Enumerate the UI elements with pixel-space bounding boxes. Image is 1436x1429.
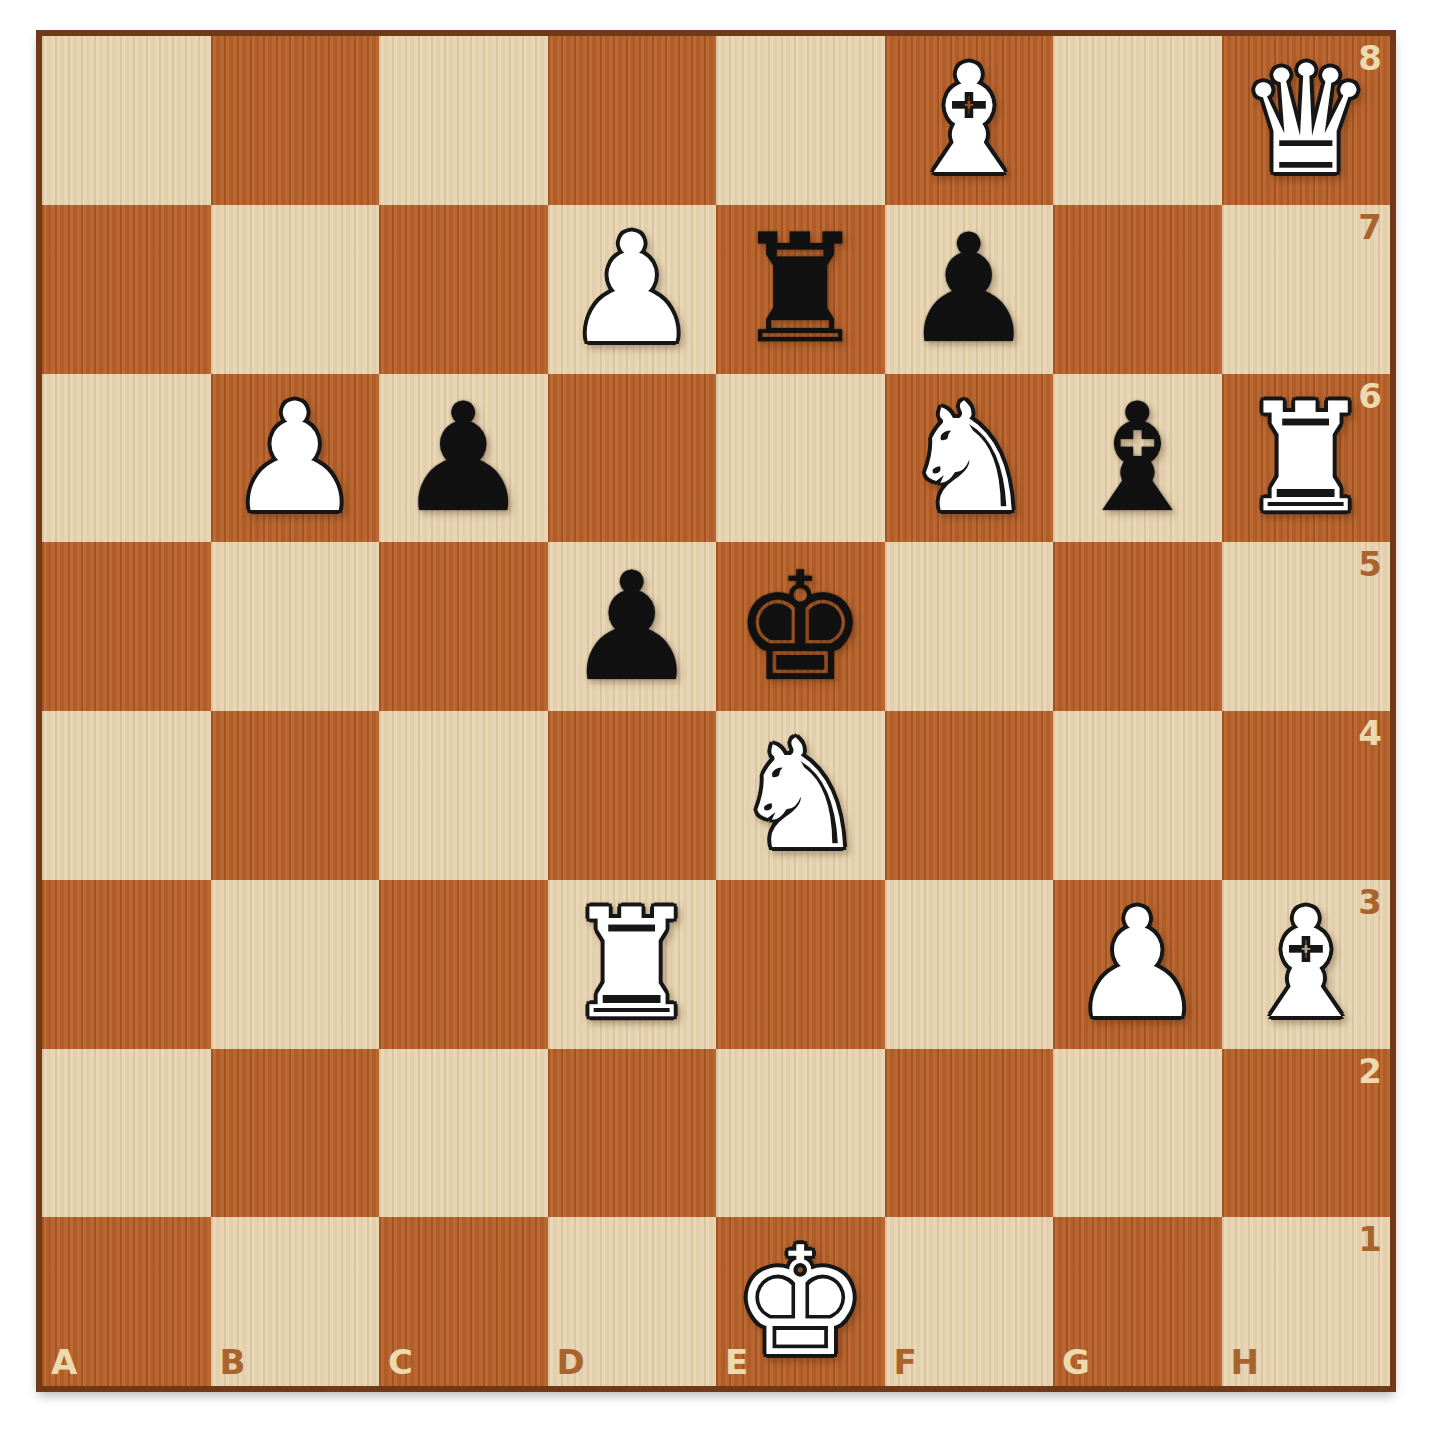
rank-label-2: 2 (1358, 1051, 1382, 1091)
square-g1[interactable]: G (1053, 1217, 1222, 1386)
piece-black-rook[interactable]: ♜ (733, 214, 867, 364)
square-a5[interactable] (42, 542, 211, 711)
piece-white-bishop[interactable]: ♝ (1239, 889, 1373, 1039)
square-a3[interactable] (42, 880, 211, 1049)
piece-white-knight[interactable]: ♞ (733, 720, 867, 870)
piece-white-rook[interactable]: ♜ (1239, 383, 1373, 533)
square-g7[interactable] (1053, 205, 1222, 374)
piece-black-pawn[interactable]: ♟ (396, 383, 530, 533)
square-a6[interactable] (42, 374, 211, 543)
square-b1[interactable]: B (211, 1217, 380, 1386)
square-c1[interactable]: C (379, 1217, 548, 1386)
square-g6[interactable]: ♝ (1053, 374, 1222, 543)
piece-white-queen[interactable]: ♛ (1239, 45, 1373, 195)
square-g5[interactable] (1053, 542, 1222, 711)
rank-label-7: 7 (1358, 207, 1382, 247)
square-d8[interactable] (548, 36, 717, 205)
file-label-f: F (894, 1342, 917, 1382)
square-h4[interactable]: 4 (1222, 711, 1391, 880)
square-f6[interactable]: ♞ (885, 374, 1054, 543)
square-f5[interactable] (885, 542, 1054, 711)
piece-white-pawn[interactable]: ♟ (565, 214, 699, 364)
square-c7[interactable] (379, 205, 548, 374)
file-label-b: B (220, 1342, 246, 1382)
square-h3[interactable]: ♝3 (1222, 880, 1391, 1049)
piece-black-king[interactable]: ♚ (733, 552, 867, 702)
square-e1[interactable]: ♚E (716, 1217, 885, 1386)
square-e3[interactable] (716, 880, 885, 1049)
square-d4[interactable] (548, 711, 717, 880)
rank-label-1: 1 (1358, 1219, 1382, 1259)
square-f2[interactable] (885, 1049, 1054, 1218)
square-b3[interactable] (211, 880, 380, 1049)
square-c6[interactable]: ♟ (379, 374, 548, 543)
square-c8[interactable] (379, 36, 548, 205)
square-c3[interactable] (379, 880, 548, 1049)
square-f4[interactable] (885, 711, 1054, 880)
square-a4[interactable] (42, 711, 211, 880)
piece-white-pawn[interactable]: ♟ (228, 383, 362, 533)
square-d7[interactable]: ♟ (548, 205, 717, 374)
piece-black-pawn[interactable]: ♟ (565, 552, 699, 702)
square-e6[interactable] (716, 374, 885, 543)
square-g8[interactable] (1053, 36, 1222, 205)
file-label-a: A (51, 1342, 77, 1382)
piece-black-pawn[interactable]: ♟ (902, 214, 1036, 364)
square-f3[interactable] (885, 880, 1054, 1049)
file-label-d: D (557, 1342, 585, 1382)
square-c5[interactable] (379, 542, 548, 711)
square-b5[interactable] (211, 542, 380, 711)
piece-white-rook[interactable]: ♜ (565, 889, 699, 1039)
square-h1[interactable]: H1 (1222, 1217, 1391, 1386)
square-e5[interactable]: ♚ (716, 542, 885, 711)
square-a8[interactable] (42, 36, 211, 205)
square-e4[interactable]: ♞ (716, 711, 885, 880)
square-h2[interactable]: 2 (1222, 1049, 1391, 1218)
piece-white-knight[interactable]: ♞ (902, 383, 1036, 533)
square-g2[interactable] (1053, 1049, 1222, 1218)
square-e2[interactable] (716, 1049, 885, 1218)
square-d5[interactable]: ♟ (548, 542, 717, 711)
file-label-g: G (1062, 1342, 1090, 1382)
square-h8[interactable]: ♛8 (1222, 36, 1391, 205)
square-b2[interactable] (211, 1049, 380, 1218)
piece-white-bishop[interactable]: ♝ (902, 45, 1036, 195)
square-b4[interactable] (211, 711, 380, 880)
chess-diagram-page: ♝♛8♟♜♟7♟♟♞♝♜6♟♚5♞4♜♟♝32ABCD♚EFGH1 (0, 0, 1436, 1429)
piece-black-bishop[interactable]: ♝ (1070, 383, 1204, 533)
chess-board: ♝♛8♟♜♟7♟♟♞♝♜6♟♚5♞4♜♟♝32ABCD♚EFGH1 (36, 30, 1396, 1392)
square-e8[interactable] (716, 36, 885, 205)
square-f7[interactable]: ♟ (885, 205, 1054, 374)
square-c4[interactable] (379, 711, 548, 880)
square-f8[interactable]: ♝ (885, 36, 1054, 205)
rank-label-4: 4 (1358, 713, 1382, 753)
square-b6[interactable]: ♟ (211, 374, 380, 543)
file-label-c: C (388, 1342, 413, 1382)
square-g3[interactable]: ♟ (1053, 880, 1222, 1049)
square-c2[interactable] (379, 1049, 548, 1218)
square-g4[interactable] (1053, 711, 1222, 880)
square-d1[interactable]: D (548, 1217, 717, 1386)
square-h5[interactable]: 5 (1222, 542, 1391, 711)
square-h6[interactable]: ♜6 (1222, 374, 1391, 543)
square-a2[interactable] (42, 1049, 211, 1218)
file-label-h: H (1231, 1342, 1259, 1382)
square-a7[interactable] (42, 205, 211, 374)
square-h7[interactable]: 7 (1222, 205, 1391, 374)
square-f1[interactable]: F (885, 1217, 1054, 1386)
piece-white-king[interactable]: ♚ (733, 1227, 867, 1377)
square-d2[interactable] (548, 1049, 717, 1218)
square-e7[interactable]: ♜ (716, 205, 885, 374)
square-d3[interactable]: ♜ (548, 880, 717, 1049)
piece-white-pawn[interactable]: ♟ (1070, 889, 1204, 1039)
square-b8[interactable] (211, 36, 380, 205)
rank-label-5: 5 (1358, 544, 1382, 584)
square-b7[interactable] (211, 205, 380, 374)
square-a1[interactable]: A (42, 1217, 211, 1386)
square-d6[interactable] (548, 374, 717, 543)
